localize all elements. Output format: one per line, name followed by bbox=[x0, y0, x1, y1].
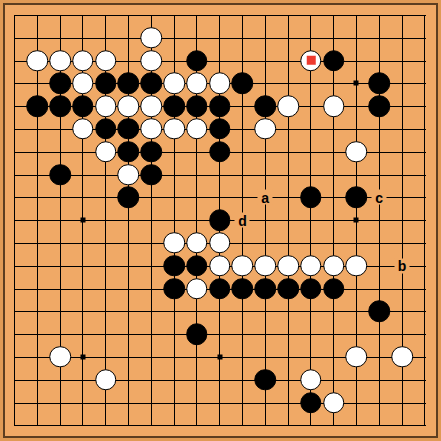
intersection-6-14[interactable] bbox=[140, 323, 163, 346]
intersection-4-12[interactable] bbox=[94, 277, 117, 300]
intersection-12-10[interactable] bbox=[277, 232, 300, 255]
intersection-6-2[interactable] bbox=[140, 49, 163, 72]
intersection-1-14[interactable] bbox=[26, 323, 49, 346]
intersection-6-0[interactable] bbox=[140, 4, 163, 27]
intersection-15-2[interactable] bbox=[345, 49, 368, 72]
intersection-14-18[interactable] bbox=[322, 414, 345, 437]
intersection-13-15[interactable] bbox=[299, 346, 322, 369]
intersection-17-2[interactable] bbox=[391, 49, 414, 72]
intersection-13-14[interactable] bbox=[299, 323, 322, 346]
intersection-12-2[interactable] bbox=[277, 49, 300, 72]
intersection-18-6[interactable] bbox=[413, 140, 436, 163]
intersection-4-8[interactable] bbox=[94, 186, 117, 209]
intersection-8-12[interactable] bbox=[185, 277, 208, 300]
intersection-8-2[interactable] bbox=[185, 49, 208, 72]
intersection-6-5[interactable] bbox=[140, 118, 163, 141]
intersection-7-8[interactable] bbox=[163, 186, 186, 209]
intersection-18-10[interactable] bbox=[413, 232, 436, 255]
intersection-7-4[interactable] bbox=[163, 95, 186, 118]
intersection-16-16[interactable] bbox=[368, 368, 391, 391]
intersection-8-6[interactable] bbox=[185, 140, 208, 163]
intersection-17-8[interactable] bbox=[391, 186, 414, 209]
intersection-12-0[interactable] bbox=[277, 4, 300, 27]
intersection-1-0[interactable] bbox=[26, 4, 49, 27]
intersection-8-9[interactable] bbox=[185, 209, 208, 232]
intersection-15-17[interactable] bbox=[345, 391, 368, 414]
intersection-1-3[interactable] bbox=[26, 72, 49, 95]
intersection-13-17[interactable] bbox=[299, 391, 322, 414]
intersection-5-11[interactable] bbox=[117, 254, 140, 277]
intersection-6-11[interactable] bbox=[140, 254, 163, 277]
intersection-9-5[interactable] bbox=[208, 118, 231, 141]
intersection-4-13[interactable] bbox=[94, 300, 117, 323]
intersection-11-18[interactable] bbox=[254, 414, 277, 437]
intersection-13-6[interactable] bbox=[299, 140, 322, 163]
intersection-5-1[interactable] bbox=[117, 26, 140, 49]
intersection-10-0[interactable] bbox=[231, 4, 254, 27]
intersection-5-16[interactable] bbox=[117, 368, 140, 391]
intersection-2-5[interactable] bbox=[49, 118, 72, 141]
intersection-15-18[interactable] bbox=[345, 414, 368, 437]
intersection-11-3[interactable] bbox=[254, 72, 277, 95]
intersection-15-4[interactable] bbox=[345, 95, 368, 118]
intersection-10-8[interactable] bbox=[231, 186, 254, 209]
intersection-2-18[interactable] bbox=[49, 414, 72, 437]
intersection-4-17[interactable] bbox=[94, 391, 117, 414]
intersection-18-12[interactable] bbox=[413, 277, 436, 300]
intersection-4-0[interactable] bbox=[94, 4, 117, 27]
intersection-8-1[interactable] bbox=[185, 26, 208, 49]
intersection-6-12[interactable] bbox=[140, 277, 163, 300]
intersection-12-1[interactable] bbox=[277, 26, 300, 49]
intersection-10-17[interactable] bbox=[231, 391, 254, 414]
intersection-5-9[interactable] bbox=[117, 209, 140, 232]
intersection-16-12[interactable] bbox=[368, 277, 391, 300]
intersection-11-0[interactable] bbox=[254, 4, 277, 27]
intersection-13-5[interactable] bbox=[299, 118, 322, 141]
intersection-10-12[interactable] bbox=[231, 277, 254, 300]
intersection-9-13[interactable] bbox=[208, 300, 231, 323]
intersection-8-14[interactable] bbox=[185, 323, 208, 346]
intersection-15-8[interactable] bbox=[345, 186, 368, 209]
intersection-10-16[interactable] bbox=[231, 368, 254, 391]
intersection-0-9[interactable] bbox=[3, 209, 26, 232]
intersection-18-2[interactable] bbox=[413, 49, 436, 72]
intersection-17-9[interactable] bbox=[391, 209, 414, 232]
intersection-10-5[interactable] bbox=[231, 118, 254, 141]
intersection-9-8[interactable] bbox=[208, 186, 231, 209]
intersection-9-18[interactable] bbox=[208, 414, 231, 437]
intersection-1-12[interactable] bbox=[26, 277, 49, 300]
intersection-11-11[interactable] bbox=[254, 254, 277, 277]
intersection-3-3[interactable] bbox=[71, 72, 94, 95]
intersection-0-0[interactable] bbox=[3, 4, 26, 27]
intersection-12-6[interactable] bbox=[277, 140, 300, 163]
intersection-11-9[interactable] bbox=[254, 209, 277, 232]
intersection-16-8[interactable]: c bbox=[368, 186, 391, 209]
intersection-11-10[interactable] bbox=[254, 232, 277, 255]
intersection-10-4[interactable] bbox=[231, 95, 254, 118]
intersection-7-11[interactable] bbox=[163, 254, 186, 277]
intersection-9-2[interactable] bbox=[208, 49, 231, 72]
intersection-1-10[interactable] bbox=[26, 232, 49, 255]
intersection-5-13[interactable] bbox=[117, 300, 140, 323]
intersection-17-13[interactable] bbox=[391, 300, 414, 323]
intersection-6-6[interactable] bbox=[140, 140, 163, 163]
intersection-18-15[interactable] bbox=[413, 346, 436, 369]
intersection-8-18[interactable] bbox=[185, 414, 208, 437]
intersection-0-1[interactable] bbox=[3, 26, 26, 49]
intersection-14-5[interactable] bbox=[322, 118, 345, 141]
intersection-2-8[interactable] bbox=[49, 186, 72, 209]
intersection-7-16[interactable] bbox=[163, 368, 186, 391]
intersection-3-15[interactable] bbox=[71, 346, 94, 369]
intersection-14-9[interactable] bbox=[322, 209, 345, 232]
intersection-13-2[interactable] bbox=[299, 49, 322, 72]
intersection-13-16[interactable] bbox=[299, 368, 322, 391]
intersection-11-13[interactable] bbox=[254, 300, 277, 323]
intersection-11-6[interactable] bbox=[254, 140, 277, 163]
intersection-3-0[interactable] bbox=[71, 4, 94, 27]
intersection-13-0[interactable] bbox=[299, 4, 322, 27]
intersection-8-7[interactable] bbox=[185, 163, 208, 186]
intersection-17-3[interactable] bbox=[391, 72, 414, 95]
intersection-5-12[interactable] bbox=[117, 277, 140, 300]
intersection-5-4[interactable] bbox=[117, 95, 140, 118]
intersection-2-1[interactable] bbox=[49, 26, 72, 49]
intersection-7-1[interactable] bbox=[163, 26, 186, 49]
intersection-13-8[interactable] bbox=[299, 186, 322, 209]
intersection-0-4[interactable] bbox=[3, 95, 26, 118]
intersection-3-8[interactable] bbox=[71, 186, 94, 209]
intersection-11-5[interactable] bbox=[254, 118, 277, 141]
intersection-18-0[interactable] bbox=[413, 4, 436, 27]
intersection-7-13[interactable] bbox=[163, 300, 186, 323]
intersection-18-5[interactable] bbox=[413, 118, 436, 141]
intersection-13-12[interactable] bbox=[299, 277, 322, 300]
intersection-8-16[interactable] bbox=[185, 368, 208, 391]
intersection-0-10[interactable] bbox=[3, 232, 26, 255]
intersection-10-9[interactable]: d bbox=[231, 209, 254, 232]
intersection-3-18[interactable] bbox=[71, 414, 94, 437]
intersection-7-10[interactable] bbox=[163, 232, 186, 255]
intersection-11-16[interactable] bbox=[254, 368, 277, 391]
intersection-8-10[interactable] bbox=[185, 232, 208, 255]
intersection-16-2[interactable] bbox=[368, 49, 391, 72]
intersection-1-15[interactable] bbox=[26, 346, 49, 369]
intersection-1-5[interactable] bbox=[26, 118, 49, 141]
intersection-17-12[interactable] bbox=[391, 277, 414, 300]
intersection-2-12[interactable] bbox=[49, 277, 72, 300]
intersection-12-11[interactable] bbox=[277, 254, 300, 277]
intersection-16-14[interactable] bbox=[368, 323, 391, 346]
intersection-17-4[interactable] bbox=[391, 95, 414, 118]
intersection-3-6[interactable] bbox=[71, 140, 94, 163]
intersection-2-16[interactable] bbox=[49, 368, 72, 391]
intersection-12-14[interactable] bbox=[277, 323, 300, 346]
intersection-18-8[interactable] bbox=[413, 186, 436, 209]
intersection-6-3[interactable] bbox=[140, 72, 163, 95]
intersection-11-12[interactable] bbox=[254, 277, 277, 300]
intersection-16-3[interactable] bbox=[368, 72, 391, 95]
intersection-2-3[interactable] bbox=[49, 72, 72, 95]
intersection-8-5[interactable] bbox=[185, 118, 208, 141]
intersection-12-8[interactable] bbox=[277, 186, 300, 209]
intersection-10-11[interactable] bbox=[231, 254, 254, 277]
intersection-3-7[interactable] bbox=[71, 163, 94, 186]
intersection-4-15[interactable] bbox=[94, 346, 117, 369]
intersection-17-18[interactable] bbox=[391, 414, 414, 437]
intersection-4-7[interactable] bbox=[94, 163, 117, 186]
intersection-17-15[interactable] bbox=[391, 346, 414, 369]
intersection-7-9[interactable] bbox=[163, 209, 186, 232]
intersection-3-10[interactable] bbox=[71, 232, 94, 255]
intersection-2-17[interactable] bbox=[49, 391, 72, 414]
intersection-13-13[interactable] bbox=[299, 300, 322, 323]
intersection-9-9[interactable] bbox=[208, 209, 231, 232]
intersection-1-7[interactable] bbox=[26, 163, 49, 186]
intersection-8-11[interactable] bbox=[185, 254, 208, 277]
intersection-14-15[interactable] bbox=[322, 346, 345, 369]
intersection-0-2[interactable] bbox=[3, 49, 26, 72]
intersection-15-6[interactable] bbox=[345, 140, 368, 163]
intersection-14-17[interactable] bbox=[322, 391, 345, 414]
intersection-17-17[interactable] bbox=[391, 391, 414, 414]
intersection-13-4[interactable] bbox=[299, 95, 322, 118]
intersection-14-16[interactable] bbox=[322, 368, 345, 391]
intersection-5-0[interactable] bbox=[117, 4, 140, 27]
intersection-18-13[interactable] bbox=[413, 300, 436, 323]
intersection-8-0[interactable] bbox=[185, 4, 208, 27]
intersection-17-11[interactable]: b bbox=[391, 254, 414, 277]
intersection-13-9[interactable] bbox=[299, 209, 322, 232]
intersection-3-12[interactable] bbox=[71, 277, 94, 300]
intersection-17-16[interactable] bbox=[391, 368, 414, 391]
intersection-9-17[interactable] bbox=[208, 391, 231, 414]
intersection-4-6[interactable] bbox=[94, 140, 117, 163]
intersection-7-6[interactable] bbox=[163, 140, 186, 163]
intersection-6-15[interactable] bbox=[140, 346, 163, 369]
intersection-5-6[interactable] bbox=[117, 140, 140, 163]
intersection-12-16[interactable] bbox=[277, 368, 300, 391]
intersection-7-15[interactable] bbox=[163, 346, 186, 369]
intersection-11-7[interactable] bbox=[254, 163, 277, 186]
intersection-3-14[interactable] bbox=[71, 323, 94, 346]
intersection-18-11[interactable] bbox=[413, 254, 436, 277]
intersection-12-4[interactable] bbox=[277, 95, 300, 118]
intersection-12-12[interactable] bbox=[277, 277, 300, 300]
intersection-0-17[interactable] bbox=[3, 391, 26, 414]
intersection-5-7[interactable] bbox=[117, 163, 140, 186]
intersection-14-8[interactable] bbox=[322, 186, 345, 209]
intersection-14-12[interactable] bbox=[322, 277, 345, 300]
intersection-0-8[interactable] bbox=[3, 186, 26, 209]
intersection-10-10[interactable] bbox=[231, 232, 254, 255]
intersection-16-0[interactable] bbox=[368, 4, 391, 27]
intersection-10-3[interactable] bbox=[231, 72, 254, 95]
intersection-6-13[interactable] bbox=[140, 300, 163, 323]
intersection-14-14[interactable] bbox=[322, 323, 345, 346]
intersection-15-10[interactable] bbox=[345, 232, 368, 255]
intersection-6-17[interactable] bbox=[140, 391, 163, 414]
intersection-8-4[interactable] bbox=[185, 95, 208, 118]
intersection-9-7[interactable] bbox=[208, 163, 231, 186]
intersection-3-9[interactable] bbox=[71, 209, 94, 232]
intersection-5-14[interactable] bbox=[117, 323, 140, 346]
intersection-14-7[interactable] bbox=[322, 163, 345, 186]
intersection-1-8[interactable] bbox=[26, 186, 49, 209]
intersection-18-16[interactable] bbox=[413, 368, 436, 391]
intersection-10-15[interactable] bbox=[231, 346, 254, 369]
intersection-9-15[interactable] bbox=[208, 346, 231, 369]
intersection-4-5[interactable] bbox=[94, 118, 117, 141]
intersection-3-4[interactable] bbox=[71, 95, 94, 118]
intersection-0-12[interactable] bbox=[3, 277, 26, 300]
intersection-17-7[interactable] bbox=[391, 163, 414, 186]
intersection-16-11[interactable] bbox=[368, 254, 391, 277]
intersection-13-18[interactable] bbox=[299, 414, 322, 437]
intersection-5-5[interactable] bbox=[117, 118, 140, 141]
intersection-13-11[interactable] bbox=[299, 254, 322, 277]
intersection-3-13[interactable] bbox=[71, 300, 94, 323]
intersection-1-6[interactable] bbox=[26, 140, 49, 163]
intersection-16-5[interactable] bbox=[368, 118, 391, 141]
intersection-12-17[interactable] bbox=[277, 391, 300, 414]
intersection-16-17[interactable] bbox=[368, 391, 391, 414]
intersection-17-6[interactable] bbox=[391, 140, 414, 163]
intersection-12-7[interactable] bbox=[277, 163, 300, 186]
intersection-11-2[interactable] bbox=[254, 49, 277, 72]
intersection-12-5[interactable] bbox=[277, 118, 300, 141]
intersection-15-11[interactable] bbox=[345, 254, 368, 277]
intersection-12-3[interactable] bbox=[277, 72, 300, 95]
intersection-16-6[interactable] bbox=[368, 140, 391, 163]
intersection-18-7[interactable] bbox=[413, 163, 436, 186]
intersection-12-9[interactable] bbox=[277, 209, 300, 232]
intersection-13-10[interactable] bbox=[299, 232, 322, 255]
intersection-6-1[interactable] bbox=[140, 26, 163, 49]
intersection-6-9[interactable] bbox=[140, 209, 163, 232]
intersection-5-3[interactable] bbox=[117, 72, 140, 95]
intersection-2-2[interactable] bbox=[49, 49, 72, 72]
intersection-2-10[interactable] bbox=[49, 232, 72, 255]
intersection-3-11[interactable] bbox=[71, 254, 94, 277]
intersection-0-11[interactable] bbox=[3, 254, 26, 277]
intersection-4-11[interactable] bbox=[94, 254, 117, 277]
intersection-14-11[interactable] bbox=[322, 254, 345, 277]
intersection-16-9[interactable] bbox=[368, 209, 391, 232]
intersection-4-9[interactable] bbox=[94, 209, 117, 232]
intersection-15-0[interactable] bbox=[345, 4, 368, 27]
intersection-1-17[interactable] bbox=[26, 391, 49, 414]
intersection-0-18[interactable] bbox=[3, 414, 26, 437]
intersection-7-5[interactable] bbox=[163, 118, 186, 141]
intersection-2-0[interactable] bbox=[49, 4, 72, 27]
intersection-5-2[interactable] bbox=[117, 49, 140, 72]
intersection-2-14[interactable] bbox=[49, 323, 72, 346]
intersection-15-15[interactable] bbox=[345, 346, 368, 369]
intersection-9-6[interactable] bbox=[208, 140, 231, 163]
intersection-16-1[interactable] bbox=[368, 26, 391, 49]
intersection-0-3[interactable] bbox=[3, 72, 26, 95]
intersection-4-18[interactable] bbox=[94, 414, 117, 437]
intersection-5-10[interactable] bbox=[117, 232, 140, 255]
intersection-8-8[interactable] bbox=[185, 186, 208, 209]
intersection-4-4[interactable] bbox=[94, 95, 117, 118]
intersection-5-18[interactable] bbox=[117, 414, 140, 437]
intersection-2-7[interactable] bbox=[49, 163, 72, 186]
intersection-9-1[interactable] bbox=[208, 26, 231, 49]
intersection-3-16[interactable] bbox=[71, 368, 94, 391]
intersection-7-3[interactable] bbox=[163, 72, 186, 95]
intersection-7-14[interactable] bbox=[163, 323, 186, 346]
intersection-6-10[interactable] bbox=[140, 232, 163, 255]
intersection-2-6[interactable] bbox=[49, 140, 72, 163]
intersection-11-15[interactable] bbox=[254, 346, 277, 369]
intersection-1-16[interactable] bbox=[26, 368, 49, 391]
intersection-3-2[interactable] bbox=[71, 49, 94, 72]
intersection-1-18[interactable] bbox=[26, 414, 49, 437]
intersection-5-15[interactable] bbox=[117, 346, 140, 369]
intersection-18-18[interactable] bbox=[413, 414, 436, 437]
intersection-8-17[interactable] bbox=[185, 391, 208, 414]
intersection-9-0[interactable] bbox=[208, 4, 231, 27]
intersection-1-1[interactable] bbox=[26, 26, 49, 49]
intersection-6-4[interactable] bbox=[140, 95, 163, 118]
intersection-14-2[interactable] bbox=[322, 49, 345, 72]
intersection-15-13[interactable] bbox=[345, 300, 368, 323]
intersection-17-10[interactable] bbox=[391, 232, 414, 255]
intersection-1-9[interactable] bbox=[26, 209, 49, 232]
intersection-13-7[interactable] bbox=[299, 163, 322, 186]
intersection-14-6[interactable] bbox=[322, 140, 345, 163]
intersection-0-16[interactable] bbox=[3, 368, 26, 391]
intersection-6-18[interactable] bbox=[140, 414, 163, 437]
intersection-18-17[interactable] bbox=[413, 391, 436, 414]
intersection-2-11[interactable] bbox=[49, 254, 72, 277]
intersection-17-5[interactable] bbox=[391, 118, 414, 141]
intersection-15-7[interactable] bbox=[345, 163, 368, 186]
intersection-2-4[interactable] bbox=[49, 95, 72, 118]
intersection-3-17[interactable] bbox=[71, 391, 94, 414]
intersection-14-10[interactable] bbox=[322, 232, 345, 255]
intersection-10-7[interactable] bbox=[231, 163, 254, 186]
intersection-17-14[interactable] bbox=[391, 323, 414, 346]
intersection-3-1[interactable] bbox=[71, 26, 94, 49]
intersection-4-14[interactable] bbox=[94, 323, 117, 346]
intersection-10-2[interactable] bbox=[231, 49, 254, 72]
intersection-15-12[interactable] bbox=[345, 277, 368, 300]
intersection-7-2[interactable] bbox=[163, 49, 186, 72]
intersection-15-1[interactable] bbox=[345, 26, 368, 49]
intersection-12-13[interactable] bbox=[277, 300, 300, 323]
intersection-4-1[interactable] bbox=[94, 26, 117, 49]
intersection-12-15[interactable] bbox=[277, 346, 300, 369]
intersection-15-14[interactable] bbox=[345, 323, 368, 346]
intersection-4-10[interactable] bbox=[94, 232, 117, 255]
intersection-0-5[interactable] bbox=[3, 118, 26, 141]
intersection-6-16[interactable] bbox=[140, 368, 163, 391]
intersection-18-1[interactable] bbox=[413, 26, 436, 49]
intersection-9-4[interactable] bbox=[208, 95, 231, 118]
intersection-15-9[interactable] bbox=[345, 209, 368, 232]
intersection-11-4[interactable] bbox=[254, 95, 277, 118]
intersection-2-13[interactable] bbox=[49, 300, 72, 323]
intersection-1-13[interactable] bbox=[26, 300, 49, 323]
intersection-0-14[interactable] bbox=[3, 323, 26, 346]
intersection-7-18[interactable] bbox=[163, 414, 186, 437]
intersection-17-1[interactable] bbox=[391, 26, 414, 49]
